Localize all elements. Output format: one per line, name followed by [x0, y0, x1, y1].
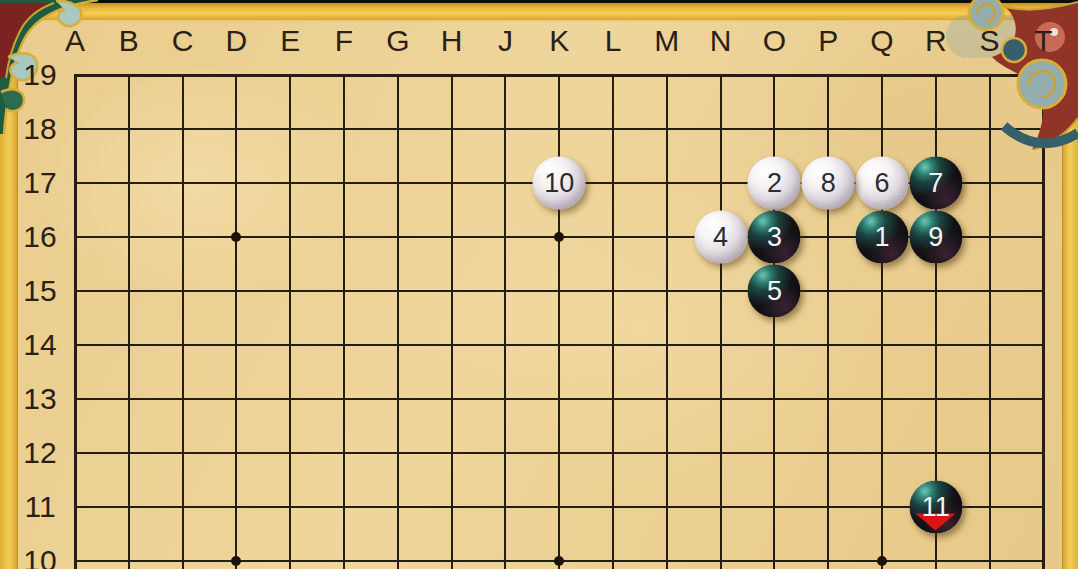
star-point-K10 — [554, 556, 564, 566]
col-label-O: O — [763, 24, 786, 58]
grid-line-col-K — [558, 74, 560, 569]
grid-line-col-G — [397, 74, 399, 569]
grid-line-col-T — [1042, 74, 1045, 569]
stone-number-5: 5 — [767, 278, 782, 305]
stone-white-2: 2 — [748, 157, 801, 210]
row-label-12: 12 — [23, 436, 56, 470]
col-label-L: L — [605, 24, 622, 58]
col-label-Q: Q — [870, 24, 893, 58]
col-label-N: N — [710, 24, 732, 58]
col-label-T: T — [1034, 24, 1052, 58]
stone-number-3: 3 — [767, 224, 782, 251]
col-label-J: J — [498, 24, 513, 58]
star-point-D10 — [231, 556, 241, 566]
stone-number-9: 9 — [928, 224, 943, 251]
grid-line-col-J — [504, 74, 506, 569]
row-label-10: 10 — [23, 544, 56, 569]
col-label-A: A — [65, 24, 85, 58]
row-label-18: 18 — [23, 112, 56, 146]
stone-white-8: 8 — [802, 157, 855, 210]
left-gold-border — [0, 0, 18, 569]
row-label-11: 11 — [24, 490, 55, 524]
grid-line-row-11 — [74, 506, 1045, 508]
stone-number-11: 11 — [922, 494, 950, 521]
row-label-13: 13 — [23, 382, 56, 416]
grid-line-col-N — [720, 74, 722, 569]
star-point-D16 — [231, 232, 241, 242]
stone-black-11: 11 — [909, 481, 962, 534]
grid-line-col-A — [74, 74, 77, 569]
stone-number-4: 4 — [713, 224, 728, 251]
stone-black-9: 9 — [909, 211, 962, 264]
row-label-17: 17 — [23, 166, 56, 200]
stone-black-5: 5 — [748, 265, 801, 318]
row-label-15: 15 — [23, 274, 56, 308]
goban[interactable]: ABCDEFGHJKLMNOPQRST191817161514131211101… — [0, 0, 1078, 569]
grid-line-row-15 — [74, 290, 1045, 292]
grid-line-row-14 — [74, 344, 1045, 346]
col-label-H: H — [441, 24, 463, 58]
stone-number-2: 2 — [767, 170, 782, 197]
col-label-C: C — [172, 24, 194, 58]
row-label-16: 16 — [23, 220, 56, 254]
col-label-E: E — [280, 24, 300, 58]
stone-black-3: 3 — [748, 211, 801, 264]
stone-white-10: 10 — [533, 157, 586, 210]
stone-white-4: 4 — [694, 211, 747, 264]
right-gold-border — [1062, 0, 1078, 569]
stone-black-1: 1 — [856, 211, 909, 264]
row-label-19: 19 — [23, 58, 56, 92]
col-label-B: B — [119, 24, 139, 58]
grid-line-col-E — [289, 74, 291, 569]
grid-line-row-18 — [74, 128, 1045, 130]
grid-line-col-C — [182, 74, 184, 569]
grid-line-col-S — [989, 74, 991, 569]
star-point-K16 — [554, 232, 564, 242]
grid-line-col-H — [451, 74, 453, 569]
grid-line-col-P — [827, 74, 829, 569]
col-label-R: R — [925, 24, 947, 58]
stone-number-7: 7 — [928, 170, 943, 197]
grid-line-col-D — [235, 74, 237, 569]
grid-line-row-13 — [74, 398, 1045, 400]
top-gold-border — [0, 3, 1078, 22]
row-label-14: 14 — [23, 328, 56, 362]
stone-number-6: 6 — [874, 170, 889, 197]
grid-line-row-19 — [74, 74, 1045, 77]
col-label-M: M — [654, 24, 679, 58]
go-board-screen: ABCDEFGHJKLMNOPQRST191817161514131211101… — [0, 0, 1078, 569]
grid-line-col-M — [666, 74, 668, 569]
grid-line-col-O — [773, 74, 775, 569]
stone-black-7: 7 — [909, 157, 962, 210]
grid-line-col-F — [343, 74, 345, 569]
col-label-P: P — [818, 24, 838, 58]
col-label-S: S — [980, 24, 1000, 58]
grid-line-col-L — [612, 74, 614, 569]
col-label-D: D — [226, 24, 248, 58]
stone-number-10: 10 — [544, 170, 574, 197]
col-label-F: F — [335, 24, 353, 58]
col-label-G: G — [386, 24, 409, 58]
star-point-Q10 — [877, 556, 887, 566]
stone-white-6: 6 — [856, 157, 909, 210]
stone-number-1: 1 — [874, 224, 889, 251]
col-label-K: K — [549, 24, 569, 58]
grid-line-col-Q — [881, 74, 883, 569]
grid-line-row-12 — [74, 452, 1045, 454]
stone-number-8: 8 — [821, 170, 836, 197]
grid-line-col-B — [128, 74, 130, 569]
